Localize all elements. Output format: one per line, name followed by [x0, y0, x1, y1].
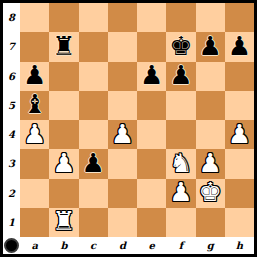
white-pawn-b3[interactable]: ♟	[52, 150, 75, 176]
rank-label-5: 5	[3, 91, 20, 120]
square-b1[interactable]: ♜	[49, 208, 78, 237]
square-f2[interactable]: ♟	[166, 179, 195, 208]
file-label-b: b	[49, 237, 78, 254]
file-label-a: a	[20, 237, 49, 254]
square-f5[interactable]	[166, 91, 195, 120]
white-king-g2[interactable]: ♚	[198, 179, 221, 205]
file-label-g: g	[196, 237, 225, 254]
rank-label-4: 4	[3, 120, 20, 149]
white-pawn-g3[interactable]: ♟	[198, 150, 221, 176]
rank-label-1: 1	[3, 208, 20, 237]
square-a1[interactable]	[20, 208, 49, 237]
square-h5[interactable]	[225, 91, 254, 120]
square-b3[interactable]: ♟	[49, 149, 78, 178]
white-pawn-d4[interactable]: ♟	[111, 121, 134, 147]
file-label-c: c	[79, 237, 108, 254]
black-pawn-h7[interactable]: ♟	[228, 33, 251, 59]
square-a6[interactable]: ♟	[20, 62, 49, 91]
chess-diagram: 87654321 ♜♚♟♟♟♟♟♝♟♟♟♟♟♞♟♟♚♜ abcdefgh	[0, 0, 257, 257]
square-g4[interactable]	[196, 120, 225, 149]
square-h7[interactable]: ♟	[225, 32, 254, 61]
square-f4[interactable]	[166, 120, 195, 149]
file-label-f: f	[166, 237, 195, 254]
square-b4[interactable]	[49, 120, 78, 149]
black-pawn-e6[interactable]: ♟	[140, 62, 163, 88]
square-a7[interactable]	[20, 32, 49, 61]
rank-labels: 87654321	[3, 3, 20, 237]
square-d3[interactable]	[108, 149, 137, 178]
rank-label-2: 2	[3, 179, 20, 208]
square-g2[interactable]: ♚	[196, 179, 225, 208]
square-b7[interactable]: ♜	[49, 32, 78, 61]
square-c3[interactable]: ♟	[79, 149, 108, 178]
board: ♜♚♟♟♟♟♟♝♟♟♟♟♟♞♟♟♚♜	[20, 3, 254, 237]
black-king-f7[interactable]: ♚	[169, 33, 192, 59]
white-knight-f3[interactable]: ♞	[169, 150, 192, 176]
square-d5[interactable]	[108, 91, 137, 120]
black-pawn-f6[interactable]: ♟	[169, 62, 192, 88]
square-d4[interactable]: ♟	[108, 120, 137, 149]
square-h2[interactable]	[225, 179, 254, 208]
square-f3[interactable]: ♞	[166, 149, 195, 178]
square-b8[interactable]	[49, 3, 78, 32]
square-b2[interactable]	[49, 179, 78, 208]
square-c2[interactable]	[79, 179, 108, 208]
square-g5[interactable]	[196, 91, 225, 120]
square-d7[interactable]	[108, 32, 137, 61]
square-g3[interactable]: ♟	[196, 149, 225, 178]
black-rook-b7[interactable]: ♜	[52, 33, 75, 59]
square-g1[interactable]	[196, 208, 225, 237]
square-d2[interactable]	[108, 179, 137, 208]
black-pawn-a6[interactable]: ♟	[23, 62, 46, 88]
white-pawn-a4[interactable]: ♟	[23, 121, 46, 147]
corner-cell	[3, 237, 20, 254]
black-to-move-indicator	[4, 238, 19, 253]
square-a2[interactable]	[20, 179, 49, 208]
square-f6[interactable]: ♟	[166, 62, 195, 91]
file-label-e: e	[137, 237, 166, 254]
square-e3[interactable]	[137, 149, 166, 178]
square-h1[interactable]	[225, 208, 254, 237]
square-c4[interactable]	[79, 120, 108, 149]
square-e5[interactable]	[137, 91, 166, 120]
square-g8[interactable]	[196, 3, 225, 32]
square-e7[interactable]	[137, 32, 166, 61]
square-e2[interactable]	[137, 179, 166, 208]
square-h6[interactable]	[225, 62, 254, 91]
square-h8[interactable]	[225, 3, 254, 32]
square-c7[interactable]	[79, 32, 108, 61]
square-d1[interactable]	[108, 208, 137, 237]
square-c6[interactable]	[79, 62, 108, 91]
square-e6[interactable]: ♟	[137, 62, 166, 91]
square-f1[interactable]	[166, 208, 195, 237]
rank-label-7: 7	[3, 32, 20, 61]
rank-label-8: 8	[3, 3, 20, 32]
file-label-h: h	[225, 237, 254, 254]
square-a8[interactable]	[20, 3, 49, 32]
square-c5[interactable]	[79, 91, 108, 120]
square-a4[interactable]: ♟	[20, 120, 49, 149]
white-pawn-h4[interactable]: ♟	[228, 121, 251, 147]
file-label-d: d	[108, 237, 137, 254]
square-b5[interactable]	[49, 91, 78, 120]
square-e1[interactable]	[137, 208, 166, 237]
square-d6[interactable]	[108, 62, 137, 91]
square-e4[interactable]	[137, 120, 166, 149]
square-b6[interactable]	[49, 62, 78, 91]
rank-label-6: 6	[3, 62, 20, 91]
square-a5[interactable]: ♝	[20, 91, 49, 120]
square-d8[interactable]	[108, 3, 137, 32]
white-pawn-f2[interactable]: ♟	[169, 179, 192, 205]
square-g6[interactable]	[196, 62, 225, 91]
white-rook-b1[interactable]: ♜	[52, 208, 75, 234]
black-bishop-a5[interactable]: ♝	[23, 91, 46, 117]
black-pawn-g7[interactable]: ♟	[198, 33, 221, 59]
square-h4[interactable]: ♟	[225, 120, 254, 149]
square-f7[interactable]: ♚	[166, 32, 195, 61]
square-f8[interactable]	[166, 3, 195, 32]
square-g7[interactable]: ♟	[196, 32, 225, 61]
square-c8[interactable]	[79, 3, 108, 32]
square-c1[interactable]	[79, 208, 108, 237]
square-a3[interactable]	[20, 149, 49, 178]
file-labels: abcdefgh	[20, 237, 254, 254]
black-pawn-c3[interactable]: ♟	[81, 150, 104, 176]
square-e8[interactable]	[137, 3, 166, 32]
rank-label-3: 3	[3, 149, 20, 178]
square-h3[interactable]	[225, 149, 254, 178]
